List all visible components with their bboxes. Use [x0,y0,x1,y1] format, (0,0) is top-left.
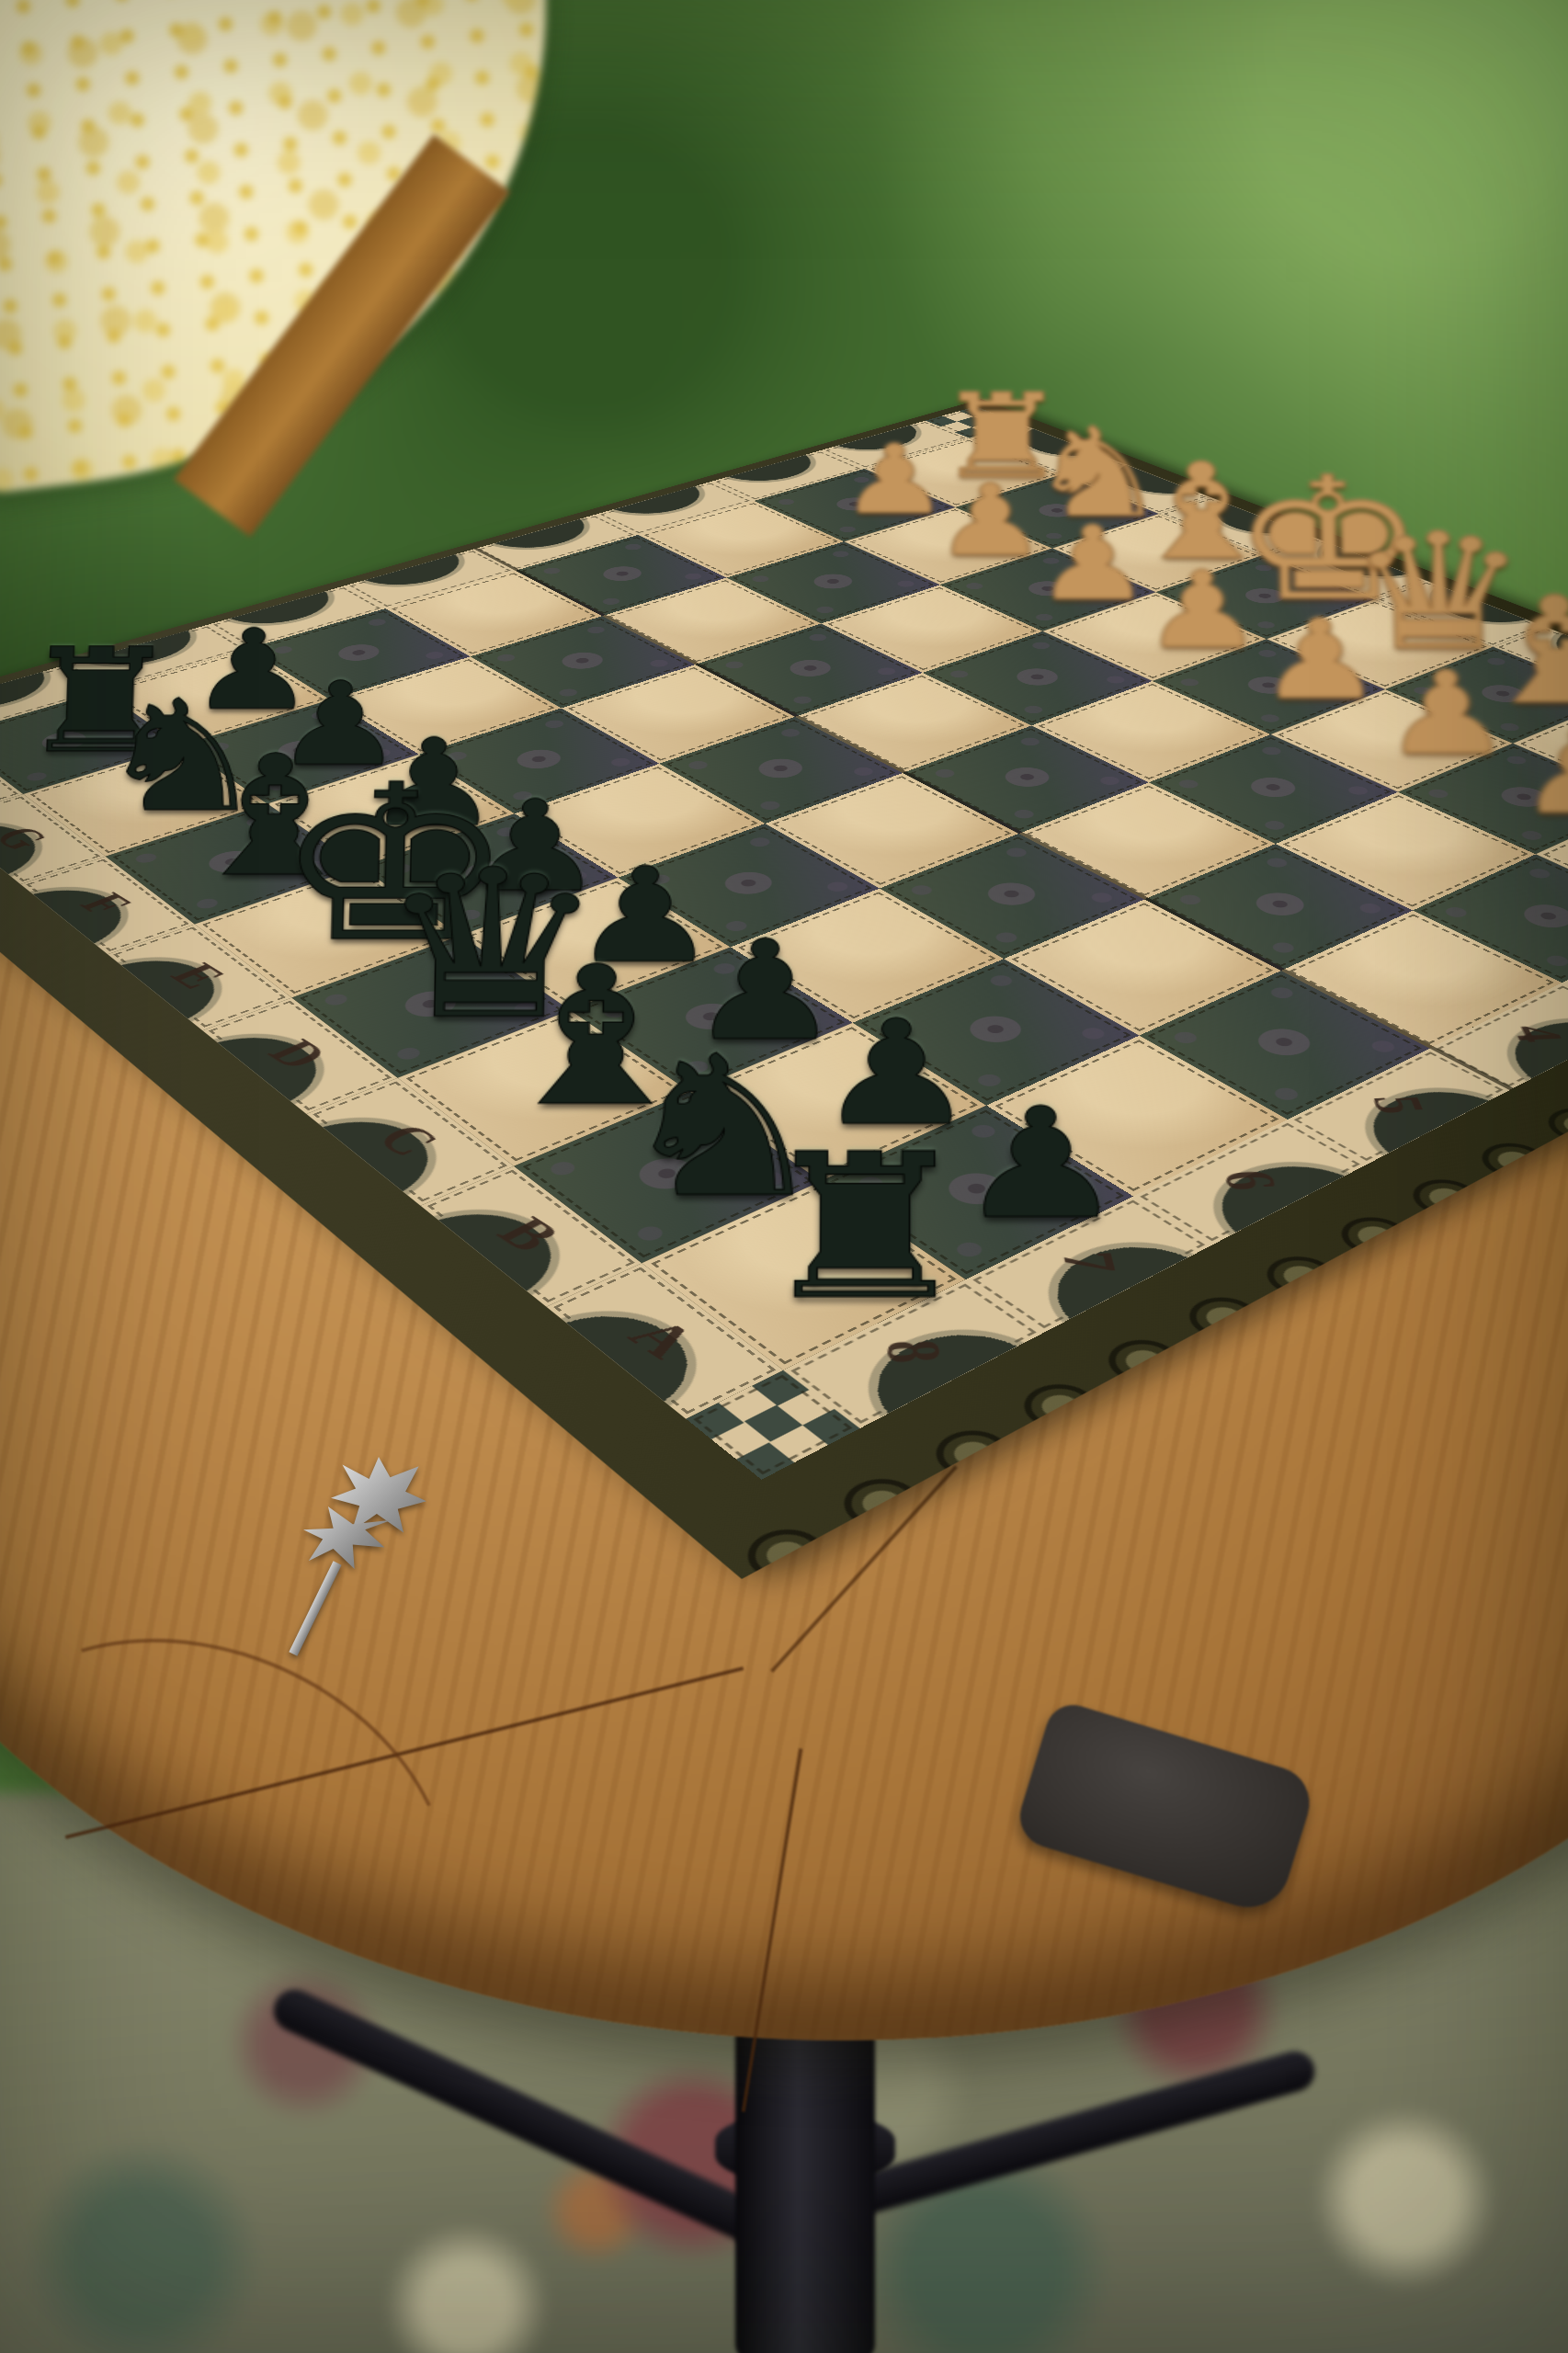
piece-white-pawn[interactable]: ♟ [1493,711,1568,831]
board-clasp [303,1448,460,1659]
piece-black-rook[interactable]: ♜ [747,1128,983,1327]
clasp-metal-leaf-icon [303,1506,392,1574]
